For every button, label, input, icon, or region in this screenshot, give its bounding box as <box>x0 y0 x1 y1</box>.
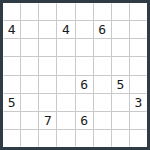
puzzle-grid: 446655376 <box>3 3 147 147</box>
cell-r5c2[interactable] <box>21 76 38 93</box>
cell-r8c8[interactable] <box>130 130 147 147</box>
cell-r7c6[interactable] <box>94 112 111 129</box>
cell-r4c8[interactable] <box>130 57 147 74</box>
cell-r1c1[interactable] <box>3 3 20 20</box>
cell-r7c8[interactable] <box>130 112 147 129</box>
cell-r4c2[interactable] <box>21 57 38 74</box>
cell-r5c3[interactable] <box>39 76 56 93</box>
cell-r5c1[interactable] <box>3 76 20 93</box>
cell-r5c6[interactable] <box>94 76 111 93</box>
clue-cell-r2c1: 4 <box>3 21 20 38</box>
clue-cell-r2c6: 6 <box>94 21 111 38</box>
cell-r2c5[interactable] <box>76 21 93 38</box>
cell-r6c7[interactable] <box>112 94 129 111</box>
cell-r3c2[interactable] <box>21 39 38 56</box>
cell-r6c3[interactable] <box>39 94 56 111</box>
cell-r1c4[interactable] <box>57 3 74 20</box>
clue-cell-r6c8: 3 <box>130 94 147 111</box>
cell-r8c2[interactable] <box>21 130 38 147</box>
cell-r6c5[interactable] <box>76 94 93 111</box>
cell-r2c2[interactable] <box>21 21 38 38</box>
cell-r1c3[interactable] <box>39 3 56 20</box>
cell-r4c5[interactable] <box>76 57 93 74</box>
puzzle-board: 446655376 <box>0 0 150 150</box>
cell-r1c8[interactable] <box>130 3 147 20</box>
clue-cell-r2c4: 4 <box>57 21 74 38</box>
cell-r6c6[interactable] <box>94 94 111 111</box>
cell-r6c2[interactable] <box>21 94 38 111</box>
cell-r4c3[interactable] <box>39 57 56 74</box>
cell-r3c3[interactable] <box>39 39 56 56</box>
cell-r3c8[interactable] <box>130 39 147 56</box>
cell-r1c5[interactable] <box>76 3 93 20</box>
clue-cell-r7c3: 7 <box>39 112 56 129</box>
cell-r8c6[interactable] <box>94 130 111 147</box>
cell-r4c1[interactable] <box>3 57 20 74</box>
cell-r2c7[interactable] <box>112 21 129 38</box>
cell-r4c4[interactable] <box>57 57 74 74</box>
cell-r2c8[interactable] <box>130 21 147 38</box>
cell-r1c2[interactable] <box>21 3 38 20</box>
cell-r3c7[interactable] <box>112 39 129 56</box>
cell-r3c1[interactable] <box>3 39 20 56</box>
clue-cell-r5c5: 6 <box>76 76 93 93</box>
cell-r5c4[interactable] <box>57 76 74 93</box>
cell-r7c4[interactable] <box>57 112 74 129</box>
cell-r4c6[interactable] <box>94 57 111 74</box>
cell-r7c7[interactable] <box>112 112 129 129</box>
cell-r7c1[interactable] <box>3 112 20 129</box>
cell-r8c5[interactable] <box>76 130 93 147</box>
clue-cell-r6c1: 5 <box>3 94 20 111</box>
cell-r1c7[interactable] <box>112 3 129 20</box>
cell-r8c4[interactable] <box>57 130 74 147</box>
cell-r1c6[interactable] <box>94 3 111 20</box>
cell-r8c3[interactable] <box>39 130 56 147</box>
cell-r3c4[interactable] <box>57 39 74 56</box>
cell-r4c7[interactable] <box>112 57 129 74</box>
cell-r2c3[interactable] <box>39 21 56 38</box>
cell-r6c4[interactable] <box>57 94 74 111</box>
cell-r7c2[interactable] <box>21 112 38 129</box>
cell-r3c6[interactable] <box>94 39 111 56</box>
clue-cell-r5c7: 5 <box>112 76 129 93</box>
cell-r3c5[interactable] <box>76 39 93 56</box>
cell-r5c8[interactable] <box>130 76 147 93</box>
cell-r8c1[interactable] <box>3 130 20 147</box>
cell-r8c7[interactable] <box>112 130 129 147</box>
clue-cell-r7c5: 6 <box>76 112 93 129</box>
